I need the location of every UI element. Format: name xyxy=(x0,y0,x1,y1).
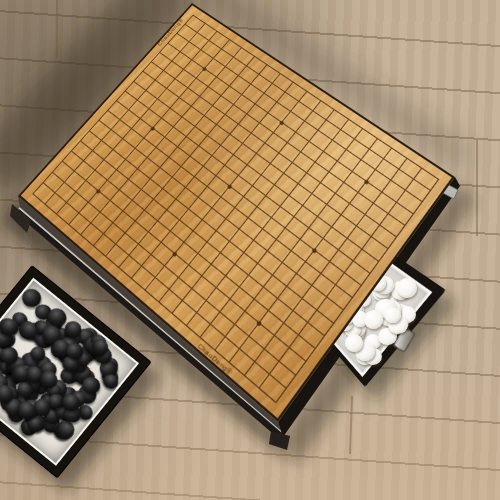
board-foot xyxy=(269,431,290,450)
product-photo-go-set: ChaoDeng® ChaoDeng® xyxy=(0,0,500,500)
